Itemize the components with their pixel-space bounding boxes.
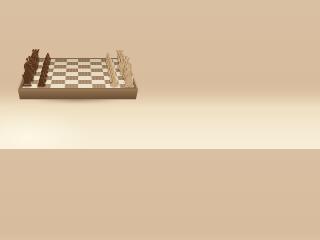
piece-black-knight: ♞ — [21, 67, 37, 84]
piece-shadow — [19, 86, 35, 89]
piece-black-queen: ♛ — [24, 54, 41, 72]
piece-shadow — [26, 65, 42, 68]
piece-white-king: ♚ — [116, 57, 134, 77]
piece-shadow — [104, 58, 113, 61]
piece-white-rook: ♜ — [122, 73, 136, 89]
piece-black-rook: ♜ — [30, 49, 41, 61]
piece-white-pawn: ♟ — [106, 61, 116, 72]
piece-shadow — [105, 65, 115, 68]
piece-shadow — [107, 76, 118, 79]
piece-white-pawn: ♟ — [107, 68, 117, 80]
piece-white-rook: ♜ — [115, 49, 126, 61]
piece-black-pawn: ♟ — [43, 55, 52, 65]
piece-black-knight: ♞ — [28, 51, 41, 65]
piece-white-pawn: ♟ — [109, 76, 120, 88]
piece-shadow — [39, 72, 50, 75]
piece-shadow — [115, 65, 131, 68]
piece-white-knight: ♞ — [115, 51, 128, 65]
piece-black-bishop: ♝ — [22, 63, 38, 81]
piece-shadow — [115, 69, 133, 72]
piece-black-pawn: ♟ — [38, 68, 48, 80]
piece-white-bishop: ♝ — [118, 63, 134, 81]
piece-shadow — [35, 85, 47, 88]
piece-black-pawn: ♟ — [42, 58, 51, 68]
piece-shadow — [21, 73, 41, 76]
piece-white-pawn: ♟ — [107, 64, 117, 75]
piece-white-pawn: ♟ — [105, 55, 114, 65]
piece-shadow — [115, 58, 127, 61]
piece-shadow — [104, 61, 114, 64]
piece-shadow — [42, 61, 52, 64]
piece-white-pawn: ♟ — [104, 52, 112, 61]
piece-shadow — [27, 62, 41, 65]
piece-shadow — [108, 81, 120, 84]
piece-shadow — [114, 62, 128, 65]
piece-white-knight: ♞ — [120, 67, 136, 84]
piece-shadow — [115, 73, 135, 76]
piece-black-king: ♚ — [22, 57, 40, 77]
piece-black-pawn: ♟ — [44, 52, 52, 61]
piece-white-queen: ♛ — [116, 54, 133, 72]
piece-shadow — [41, 65, 51, 68]
piece-black-bishop: ♝ — [26, 53, 40, 69]
pieces-layer: ♜♞♝♛♚♝♞♜♟♟♟♟♟♟♟♟♟♟♟♟♟♟♟♟♜♞♝♛♚♝♞♜ — [0, 0, 150, 149]
piece-shadow — [40, 68, 51, 71]
piece-white-pawn: ♟ — [108, 72, 119, 84]
piece-shadow — [121, 86, 137, 89]
piece-shadow — [106, 72, 117, 75]
piece-shadow — [38, 76, 49, 79]
piece-shadow — [119, 81, 136, 84]
piece-black-rook: ♜ — [20, 73, 34, 89]
piece-black-pawn: ♟ — [36, 76, 47, 88]
piece-shadow — [20, 81, 37, 84]
piece-black-pawn: ♟ — [39, 64, 49, 75]
chess-set-photo: ♜♞♝♛♚♝♞♜♟♟♟♟♟♟♟♟♟♟♟♟♟♟♟♟♜♞♝♛♚♝♞♜ — [0, 0, 150, 149]
piece-white-pawn: ♟ — [105, 58, 114, 68]
piece-shadow — [23, 69, 41, 72]
piece-shadow — [21, 77, 39, 80]
piece-shadow — [43, 58, 52, 61]
piece-white-bishop: ♝ — [116, 53, 130, 69]
piece-black-pawn: ♟ — [41, 61, 51, 72]
piece-shadow — [37, 81, 49, 84]
piece-shadow — [108, 85, 120, 88]
piece-shadow — [117, 77, 135, 80]
piece-shadow — [105, 68, 116, 71]
piece-black-pawn: ♟ — [37, 72, 48, 84]
piece-shadow — [30, 58, 42, 61]
